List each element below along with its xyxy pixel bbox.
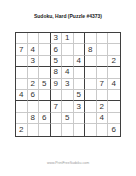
sudoku-cell-r8c7[interactable] (85, 113, 97, 124)
sudoku-cell-r2c7[interactable]: 8 (85, 44, 97, 55)
sudoku-cell-r2c8[interactable] (97, 44, 109, 55)
sudoku-cell-r8c8[interactable]: 4 (97, 113, 109, 124)
sudoku-cell-r4c3[interactable] (39, 67, 51, 78)
sudoku-cell-r7c1[interactable] (16, 101, 28, 112)
sudoku-cell-r6c8[interactable] (97, 90, 109, 101)
sudoku-cell-r3c1[interactable] (16, 56, 28, 67)
sudoku-cell-r7c7[interactable] (85, 101, 97, 112)
sudoku-cell-r5c8[interactable]: 7 (97, 79, 109, 90)
sudoku-cell-r1c3[interactable] (39, 33, 51, 44)
sudoku-cell-r3c9[interactable]: 2 (108, 56, 120, 67)
sudoku-cell-r4c6[interactable] (74, 67, 86, 78)
sudoku-cell-r4c7[interactable] (85, 67, 97, 78)
sudoku-cell-r1c5[interactable]: 1 (62, 33, 74, 44)
sudoku-cell-r7c6[interactable]: 3 (74, 101, 86, 112)
sudoku-cell-r4c8[interactable] (97, 67, 109, 78)
sudoku-cell-r2c2[interactable]: 4 (28, 44, 40, 55)
sudoku-cell-r5c2[interactable]: 2 (28, 79, 40, 90)
sudoku-cell-r5c1[interactable] (16, 79, 28, 90)
sudoku-cell-r2c1[interactable]: 7 (16, 44, 28, 55)
sudoku-cell-r9c7[interactable] (85, 124, 97, 135)
sudoku-cell-r5c3[interactable]: 5 (39, 79, 51, 90)
sudoku-cell-r2c6[interactable] (74, 44, 86, 55)
sudoku-board: 317468354284259374465732865426 (15, 32, 121, 137)
sudoku-cell-r3c7[interactable] (85, 56, 97, 67)
sudoku-cell-r2c9[interactable] (108, 44, 120, 55)
sudoku-cell-r5c7[interactable] (85, 79, 97, 90)
sudoku-cell-r6c3[interactable] (39, 90, 51, 101)
sudoku-cell-r8c3[interactable]: 6 (39, 113, 51, 124)
sudoku-cell-r1c8[interactable] (97, 33, 109, 44)
sudoku-cell-r4c9[interactable] (108, 67, 120, 78)
sudoku-cell-r6c7[interactable] (85, 90, 97, 101)
sudoku-cell-r9c4[interactable] (51, 124, 63, 135)
sudoku-cell-r1c2[interactable] (28, 33, 40, 44)
sudoku-cell-r6c5[interactable] (62, 90, 74, 101)
sudoku-cell-r6c1[interactable]: 4 (16, 90, 28, 101)
sudoku-cell-r8c6[interactable] (74, 113, 86, 124)
sudoku-cell-r1c1[interactable] (16, 33, 28, 44)
sudoku-cell-r2c4[interactable]: 6 (51, 44, 63, 55)
sudoku-cell-r7c3[interactable] (39, 101, 51, 112)
sudoku-cell-r4c4[interactable]: 8 (51, 67, 63, 78)
sudoku-cell-r7c9[interactable] (108, 101, 120, 112)
sudoku-cell-r3c5[interactable] (62, 56, 74, 67)
sudoku-cell-r8c1[interactable] (16, 113, 28, 124)
sudoku-cell-r5c6[interactable] (74, 79, 86, 90)
sudoku-cell-r9c1[interactable]: 2 (16, 124, 28, 135)
sudoku-cell-r6c6[interactable]: 5 (74, 90, 86, 101)
sudoku-cell-r9c9[interactable]: 6 (108, 124, 120, 135)
sudoku-cell-r1c6[interactable] (74, 33, 86, 44)
sudoku-cell-r9c5[interactable] (62, 124, 74, 135)
sudoku-cell-r2c5[interactable] (62, 44, 74, 55)
sudoku-cell-r3c3[interactable] (39, 56, 51, 67)
sudoku-cell-r1c4[interactable]: 3 (51, 33, 63, 44)
sudoku-cell-r6c4[interactable] (51, 90, 63, 101)
sudoku-cell-r4c1[interactable] (16, 67, 28, 78)
sudoku-cell-r3c6[interactable]: 4 (74, 56, 86, 67)
sudoku-cell-r9c2[interactable] (28, 124, 40, 135)
sudoku-cell-r8c4[interactable] (51, 113, 63, 124)
sudoku-cell-r8c9[interactable] (108, 113, 120, 124)
sudoku-cell-r6c9[interactable] (108, 90, 120, 101)
sudoku-cell-r2c3[interactable] (39, 44, 51, 55)
sudoku-cell-r3c8[interactable] (97, 56, 109, 67)
sudoku-cell-r7c5[interactable] (62, 101, 74, 112)
sudoku-cell-r5c4[interactable]: 9 (51, 79, 63, 90)
sudoku-cell-r8c5[interactable]: 5 (62, 113, 74, 124)
sudoku-cell-r3c2[interactable]: 3 (28, 56, 40, 67)
sudoku-cell-r9c6[interactable] (74, 124, 86, 135)
sudoku-cell-r3c4[interactable]: 5 (51, 56, 63, 67)
sudoku-page: { "game": "sudoku", "header": { "title":… (0, 0, 136, 176)
sudoku-cell-r5c9[interactable]: 4 (108, 79, 120, 90)
sudoku-cell-r9c8[interactable] (97, 124, 109, 135)
sudoku-cell-r1c9[interactable] (108, 33, 120, 44)
sudoku-cell-r6c2[interactable]: 6 (28, 90, 40, 101)
page-title: Sudoku, Hard (Puzzle #4373) (0, 13, 136, 20)
sudoku-cell-r7c2[interactable] (28, 101, 40, 112)
sudoku-cell-r1c7[interactable] (85, 33, 97, 44)
sudoku-grid: 317468354284259374465732865426 (15, 32, 121, 137)
sudoku-cell-r5c5[interactable]: 3 (62, 79, 74, 90)
sudoku-cell-r7c4[interactable]: 7 (51, 101, 63, 112)
sudoku-cell-r8c2[interactable]: 8 (28, 113, 40, 124)
sudoku-cell-r9c3[interactable] (39, 124, 51, 135)
sudoku-cell-r4c5[interactable]: 4 (62, 67, 74, 78)
footer-site-label: www.PrintFreeSudoku.com (0, 161, 136, 165)
sudoku-cell-r4c2[interactable] (28, 67, 40, 78)
sudoku-cell-r7c8[interactable]: 2 (97, 101, 109, 112)
